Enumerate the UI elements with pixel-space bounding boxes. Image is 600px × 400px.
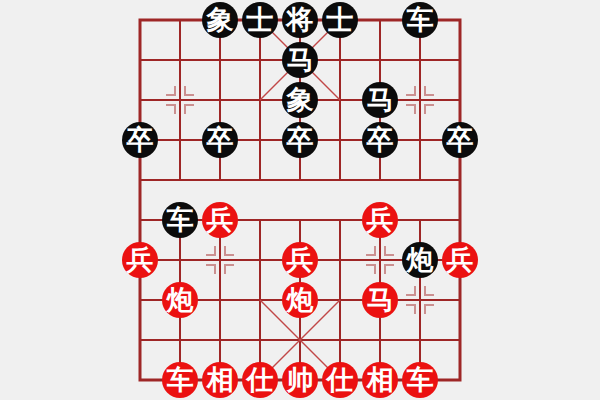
black-general[interactable]: 将 (282, 2, 318, 38)
point-marker (425, 305, 434, 314)
black-soldier[interactable]: 卒 (202, 122, 238, 158)
red-soldier[interactable]: 兵 (122, 242, 158, 278)
point-marker (406, 286, 415, 295)
point-marker (425, 105, 434, 114)
red-elephant[interactable]: 相 (202, 362, 238, 398)
point-marker (366, 265, 375, 274)
black-soldier[interactable]: 卒 (122, 122, 158, 158)
black-elephant[interactable]: 象 (282, 82, 318, 118)
red-soldier[interactable]: 兵 (202, 202, 238, 238)
red-soldier[interactable]: 兵 (362, 202, 398, 238)
red-soldier[interactable]: 兵 (442, 242, 478, 278)
point-marker (385, 246, 394, 255)
black-advisor[interactable]: 士 (322, 2, 358, 38)
red-cannon[interactable]: 炮 (282, 282, 318, 318)
red-chariot[interactable]: 车 (402, 362, 438, 398)
black-cannon[interactable]: 炮 (402, 242, 438, 278)
black-horse[interactable]: 马 (362, 82, 398, 118)
red-advisor[interactable]: 仕 (242, 362, 278, 398)
point-marker (166, 105, 175, 114)
point-marker (206, 246, 215, 255)
red-advisor[interactable]: 仕 (322, 362, 358, 398)
xiangqi-board: 象士将士车马象马卒卒卒卒卒车炮兵兵兵兵兵炮炮马车相仕帅仕相车 (0, 0, 600, 400)
point-marker (406, 105, 415, 114)
point-marker (225, 246, 234, 255)
black-chariot[interactable]: 车 (162, 202, 198, 238)
red-horse[interactable]: 马 (362, 282, 398, 318)
point-marker (225, 265, 234, 274)
red-elephant[interactable]: 相 (362, 362, 398, 398)
red-cannon[interactable]: 炮 (162, 282, 198, 318)
black-elephant[interactable]: 象 (202, 2, 238, 38)
point-marker (406, 305, 415, 314)
point-marker (385, 265, 394, 274)
black-chariot[interactable]: 车 (402, 2, 438, 38)
point-marker (185, 105, 194, 114)
red-general[interactable]: 帅 (282, 362, 318, 398)
black-advisor[interactable]: 士 (242, 2, 278, 38)
black-horse[interactable]: 马 (282, 42, 318, 78)
point-marker (425, 86, 434, 95)
red-soldier[interactable]: 兵 (282, 242, 318, 278)
point-marker (185, 86, 194, 95)
black-soldier[interactable]: 卒 (362, 122, 398, 158)
point-marker (366, 246, 375, 255)
red-chariot[interactable]: 车 (162, 362, 198, 398)
point-marker (406, 86, 415, 95)
black-soldier[interactable]: 卒 (282, 122, 318, 158)
black-soldier[interactable]: 卒 (442, 122, 478, 158)
point-marker (206, 265, 215, 274)
point-marker (425, 286, 434, 295)
point-marker (166, 86, 175, 95)
